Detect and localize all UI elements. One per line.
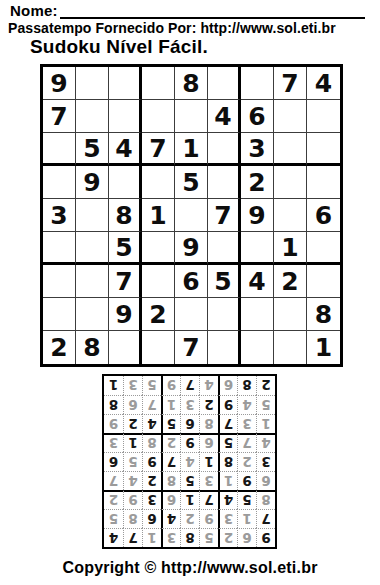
puzzle-cell-r5c7: 9 bbox=[241, 199, 274, 232]
puzzle-cell-r2c8[interactable] bbox=[274, 100, 307, 133]
puzzle-cell-r1c8: 7 bbox=[274, 67, 307, 100]
puzzle-cell-r9c7[interactable] bbox=[241, 331, 274, 364]
puzzle-cell-r9c8[interactable] bbox=[274, 331, 307, 364]
solution-cell-r9c4: 4 bbox=[199, 376, 218, 395]
solution-cell-r7c5: 6 bbox=[180, 414, 199, 433]
solution-cell-r8c9: 8 bbox=[104, 395, 123, 414]
solution-cell-r1c6: 3 bbox=[161, 528, 180, 547]
solution-cell-r2c3: 3 bbox=[218, 509, 237, 528]
solution-cell-r5c6: 7 bbox=[161, 452, 180, 471]
puzzle-cell-r7c5: 6 bbox=[175, 265, 208, 298]
puzzle-cell-r6c4[interactable] bbox=[142, 232, 175, 265]
puzzle-cell-r4c5: 5 bbox=[175, 166, 208, 199]
page-root: { "game": "sudoku", "position": { "puzzl… bbox=[0, 0, 380, 585]
name-row: Nome: bbox=[10, 2, 365, 19]
solution-grid: 9625831747139246858547163926913582473281… bbox=[102, 374, 277, 549]
solution-cell-r8c1: 5 bbox=[256, 395, 275, 414]
solution-cell-r9c9: 1 bbox=[104, 376, 123, 395]
puzzle-cell-r3c2: 5 bbox=[76, 133, 109, 166]
solution-cell-r7c8: 2 bbox=[123, 414, 142, 433]
solution-cell-r5c1: 3 bbox=[256, 452, 275, 471]
puzzle-cell-r5c6: 7 bbox=[208, 199, 241, 232]
puzzle-cell-r8c6[interactable] bbox=[208, 298, 241, 331]
solution-cell-r7c6: 5 bbox=[161, 414, 180, 433]
solution-cell-r4c2: 9 bbox=[237, 471, 256, 490]
puzzle-cell-r4c6[interactable] bbox=[208, 166, 241, 199]
puzzle-cell-r5c2[interactable] bbox=[76, 199, 109, 232]
solution-cell-r3c3: 4 bbox=[218, 490, 237, 509]
solution-cell-r4c9: 7 bbox=[104, 471, 123, 490]
solution-cell-r7c2: 3 bbox=[237, 414, 256, 433]
puzzle-cell-r5c5[interactable] bbox=[175, 199, 208, 232]
puzzle-cell-r1c7[interactable] bbox=[241, 67, 274, 100]
puzzle-cell-r7c2[interactable] bbox=[76, 265, 109, 298]
solution-cell-r7c7: 4 bbox=[142, 414, 161, 433]
puzzle-cell-r9c5: 7 bbox=[175, 331, 208, 364]
solution-cell-r3c9: 2 bbox=[104, 490, 123, 509]
puzzle-cell-r3c1[interactable] bbox=[43, 133, 76, 166]
solution-cell-r7c4: 8 bbox=[199, 414, 218, 433]
solution-cell-r3c7: 3 bbox=[142, 490, 161, 509]
solution-cell-r4c3: 1 bbox=[218, 471, 237, 490]
puzzle-cell-r6c8: 1 bbox=[274, 232, 307, 265]
puzzle-cell-r3c5: 1 bbox=[175, 133, 208, 166]
solution-cell-r9c3: 6 bbox=[218, 376, 237, 395]
solution-cell-r6c3: 5 bbox=[218, 433, 237, 452]
puzzle-cell-r1c6[interactable] bbox=[208, 67, 241, 100]
solution-cell-r7c1: 1 bbox=[256, 414, 275, 433]
solution-cell-r8c4: 2 bbox=[199, 395, 218, 414]
puzzle-cell-r1c5: 8 bbox=[175, 67, 208, 100]
solution-cell-r9c7: 5 bbox=[142, 376, 161, 395]
solution-cell-r1c5: 8 bbox=[180, 528, 199, 547]
puzzle-cell-r5c4: 1 bbox=[142, 199, 175, 232]
solution-cell-r4c5: 5 bbox=[180, 471, 199, 490]
solution-cell-r1c1: 9 bbox=[256, 528, 275, 547]
puzzle-cell-r6c1[interactable] bbox=[43, 232, 76, 265]
solution-cell-r3c2: 5 bbox=[237, 490, 256, 509]
puzzle-cell-r5c8[interactable] bbox=[274, 199, 307, 232]
solution-cell-r3c4: 7 bbox=[199, 490, 218, 509]
solution-cell-r8c5: 3 bbox=[180, 395, 199, 414]
solution-cell-r8c7: 7 bbox=[142, 395, 161, 414]
solution-cell-r1c9: 4 bbox=[104, 528, 123, 547]
solution-cell-r9c5: 7 bbox=[180, 376, 199, 395]
puzzle-cell-r1c4[interactable] bbox=[142, 67, 175, 100]
puzzle-cell-r1c3[interactable] bbox=[109, 67, 142, 100]
puzzle-cell-r4c4[interactable] bbox=[142, 166, 175, 199]
puzzle-cell-r2c1: 7 bbox=[43, 100, 76, 133]
puzzle-cell-r9c1: 2 bbox=[43, 331, 76, 364]
puzzle-cell-r4c1[interactable] bbox=[43, 166, 76, 199]
puzzle-cell-r9c9: 1 bbox=[307, 331, 340, 364]
puzzle-cell-r6c5: 9 bbox=[175, 232, 208, 265]
puzzle-cell-r8c8[interactable] bbox=[274, 298, 307, 331]
puzzle-cell-r5c3: 8 bbox=[109, 199, 142, 232]
solution-cell-r6c2: 7 bbox=[237, 433, 256, 452]
solution-cell-r6c9: 3 bbox=[104, 433, 123, 452]
solution-cell-r6c5: 9 bbox=[180, 433, 199, 452]
puzzle-cell-r9c6[interactable] bbox=[208, 331, 241, 364]
puzzle-cell-r7c4[interactable] bbox=[142, 265, 175, 298]
puzzle-cell-r2c6: 4 bbox=[208, 100, 241, 133]
solution-cell-r5c5: 4 bbox=[180, 452, 199, 471]
puzzle-cell-r6c2[interactable] bbox=[76, 232, 109, 265]
solution-cell-r8c3: 9 bbox=[218, 395, 237, 414]
solution-cell-r2c2: 1 bbox=[237, 509, 256, 528]
solution-cell-r1c8: 7 bbox=[123, 528, 142, 547]
puzzle-cell-r6c6[interactable] bbox=[208, 232, 241, 265]
solution-cell-r5c4: 1 bbox=[199, 452, 218, 471]
solution-cell-r5c3: 8 bbox=[218, 452, 237, 471]
solution-cell-r7c9: 9 bbox=[104, 414, 123, 433]
puzzle-cell-r2c4[interactable] bbox=[142, 100, 175, 133]
puzzle-cell-r8c1[interactable] bbox=[43, 298, 76, 331]
solution-cell-r1c3: 2 bbox=[218, 528, 237, 547]
puzzle-cell-r2c3[interactable] bbox=[109, 100, 142, 133]
puzzle-cell-r8c7[interactable] bbox=[241, 298, 274, 331]
name-fill-in-line[interactable] bbox=[60, 4, 365, 19]
puzzle-cell-r3c9[interactable] bbox=[307, 133, 340, 166]
puzzle-cell-r7c1[interactable] bbox=[43, 265, 76, 298]
puzzle-cell-r8c9: 8 bbox=[307, 298, 340, 331]
solution-cell-r1c7: 1 bbox=[142, 528, 161, 547]
solution-cell-r5c7: 9 bbox=[142, 452, 161, 471]
puzzle-cell-r2c5[interactable] bbox=[175, 100, 208, 133]
solution-cell-r6c1: 4 bbox=[256, 433, 275, 452]
page-title: Sudoku Nível Fácil. bbox=[30, 36, 208, 58]
puzzle-cell-r5c1: 3 bbox=[43, 199, 76, 232]
puzzle-cell-r2c7: 6 bbox=[241, 100, 274, 133]
solution-cell-r8c8: 6 bbox=[123, 395, 142, 414]
solution-cell-r6c4: 6 bbox=[199, 433, 218, 452]
solution-cell-r4c8: 4 bbox=[123, 471, 142, 490]
puzzle-cell-r2c2[interactable] bbox=[76, 100, 109, 133]
solution-cell-r2c6: 4 bbox=[161, 509, 180, 528]
puzzle-cell-r4c8[interactable] bbox=[274, 166, 307, 199]
solution-cell-r3c8: 9 bbox=[123, 490, 142, 509]
puzzle-cell-r3c8[interactable] bbox=[274, 133, 307, 166]
puzzle-cell-r6c3: 5 bbox=[109, 232, 142, 265]
solution-cell-r8c2: 4 bbox=[237, 395, 256, 414]
name-label: Nome: bbox=[10, 2, 58, 19]
puzzle-cell-r2c9[interactable] bbox=[307, 100, 340, 133]
solution-cell-r6c8: 1 bbox=[123, 433, 142, 452]
puzzle-cell-r3c7: 3 bbox=[241, 133, 274, 166]
solution-cell-r2c5: 2 bbox=[180, 509, 199, 528]
puzzle-cell-r1c9: 4 bbox=[307, 67, 340, 100]
solution-cell-r3c1: 8 bbox=[256, 490, 275, 509]
puzzle-cell-r5c9: 6 bbox=[307, 199, 340, 232]
solution-cell-r3c6: 6 bbox=[161, 490, 180, 509]
solution-cell-r1c4: 5 bbox=[199, 528, 218, 547]
puzzle-cell-r8c2[interactable] bbox=[76, 298, 109, 331]
solution-cell-r2c1: 7 bbox=[256, 509, 275, 528]
solution-cell-r4c4: 3 bbox=[199, 471, 218, 490]
puzzle-cell-r9c3[interactable] bbox=[109, 331, 142, 364]
solution-cell-r9c2: 8 bbox=[237, 376, 256, 395]
solution-cell-r9c1: 2 bbox=[256, 376, 275, 395]
puzzle-cell-r1c2[interactable] bbox=[76, 67, 109, 100]
solution-cell-r8c6: 1 bbox=[161, 395, 180, 414]
puzzle-cell-r3c3: 4 bbox=[109, 133, 142, 166]
puzzle-cell-r7c8: 2 bbox=[274, 265, 307, 298]
puzzle-cell-r6c9[interactable] bbox=[307, 232, 340, 265]
puzzle-cell-r3c6[interactable] bbox=[208, 133, 241, 166]
solution-cell-r2c7: 6 bbox=[142, 509, 161, 528]
solution-cell-r9c8: 3 bbox=[123, 376, 142, 395]
puzzle-cell-r4c7: 2 bbox=[241, 166, 274, 199]
solution-cell-r5c8: 5 bbox=[123, 452, 142, 471]
provider-line: Passatempo Fornecido Por: http://www.sol… bbox=[8, 20, 336, 36]
puzzle-cell-r7c7: 4 bbox=[241, 265, 274, 298]
solution-cell-r2c8: 8 bbox=[123, 509, 142, 528]
solution-cell-r5c9: 6 bbox=[104, 452, 123, 471]
solution-cell-r6c6: 2 bbox=[161, 433, 180, 452]
puzzle-cell-r8c5[interactable] bbox=[175, 298, 208, 331]
solution-cell-r1c2: 6 bbox=[237, 528, 256, 547]
puzzle-cell-r9c2: 8 bbox=[76, 331, 109, 364]
puzzle-cell-r7c9[interactable] bbox=[307, 265, 340, 298]
puzzle-grid: 987474654713952381796591765429282871 bbox=[40, 64, 343, 367]
puzzle-cell-r4c2: 9 bbox=[76, 166, 109, 199]
puzzle-cell-r9c4[interactable] bbox=[142, 331, 175, 364]
puzzle-cell-r4c3[interactable] bbox=[109, 166, 142, 199]
puzzle-cell-r7c6: 5 bbox=[208, 265, 241, 298]
solution-cell-r4c1: 6 bbox=[256, 471, 275, 490]
solution-cell-r6c7: 8 bbox=[142, 433, 161, 452]
puzzle-cell-r7c3: 7 bbox=[109, 265, 142, 298]
puzzle-cell-r3c4: 7 bbox=[142, 133, 175, 166]
puzzle-cell-r1c1: 9 bbox=[43, 67, 76, 100]
solution-cell-r5c2: 2 bbox=[237, 452, 256, 471]
solution-cell-r2c9: 5 bbox=[104, 509, 123, 528]
solution-cell-r4c7: 2 bbox=[142, 471, 161, 490]
puzzle-cell-r6c7[interactable] bbox=[241, 232, 274, 265]
solution-cell-r7c3: 7 bbox=[218, 414, 237, 433]
solution-cell-r4c6: 8 bbox=[161, 471, 180, 490]
puzzle-cell-r8c4: 2 bbox=[142, 298, 175, 331]
solution-cell-r2c4: 9 bbox=[199, 509, 218, 528]
puzzle-cell-r4c9[interactable] bbox=[307, 166, 340, 199]
solution-cell-r3c5: 1 bbox=[180, 490, 199, 509]
copyright-line: Copyright © http://www.sol.eti.br bbox=[0, 559, 380, 577]
solution-cell-r9c6: 9 bbox=[161, 376, 180, 395]
puzzle-cell-r8c3: 9 bbox=[109, 298, 142, 331]
